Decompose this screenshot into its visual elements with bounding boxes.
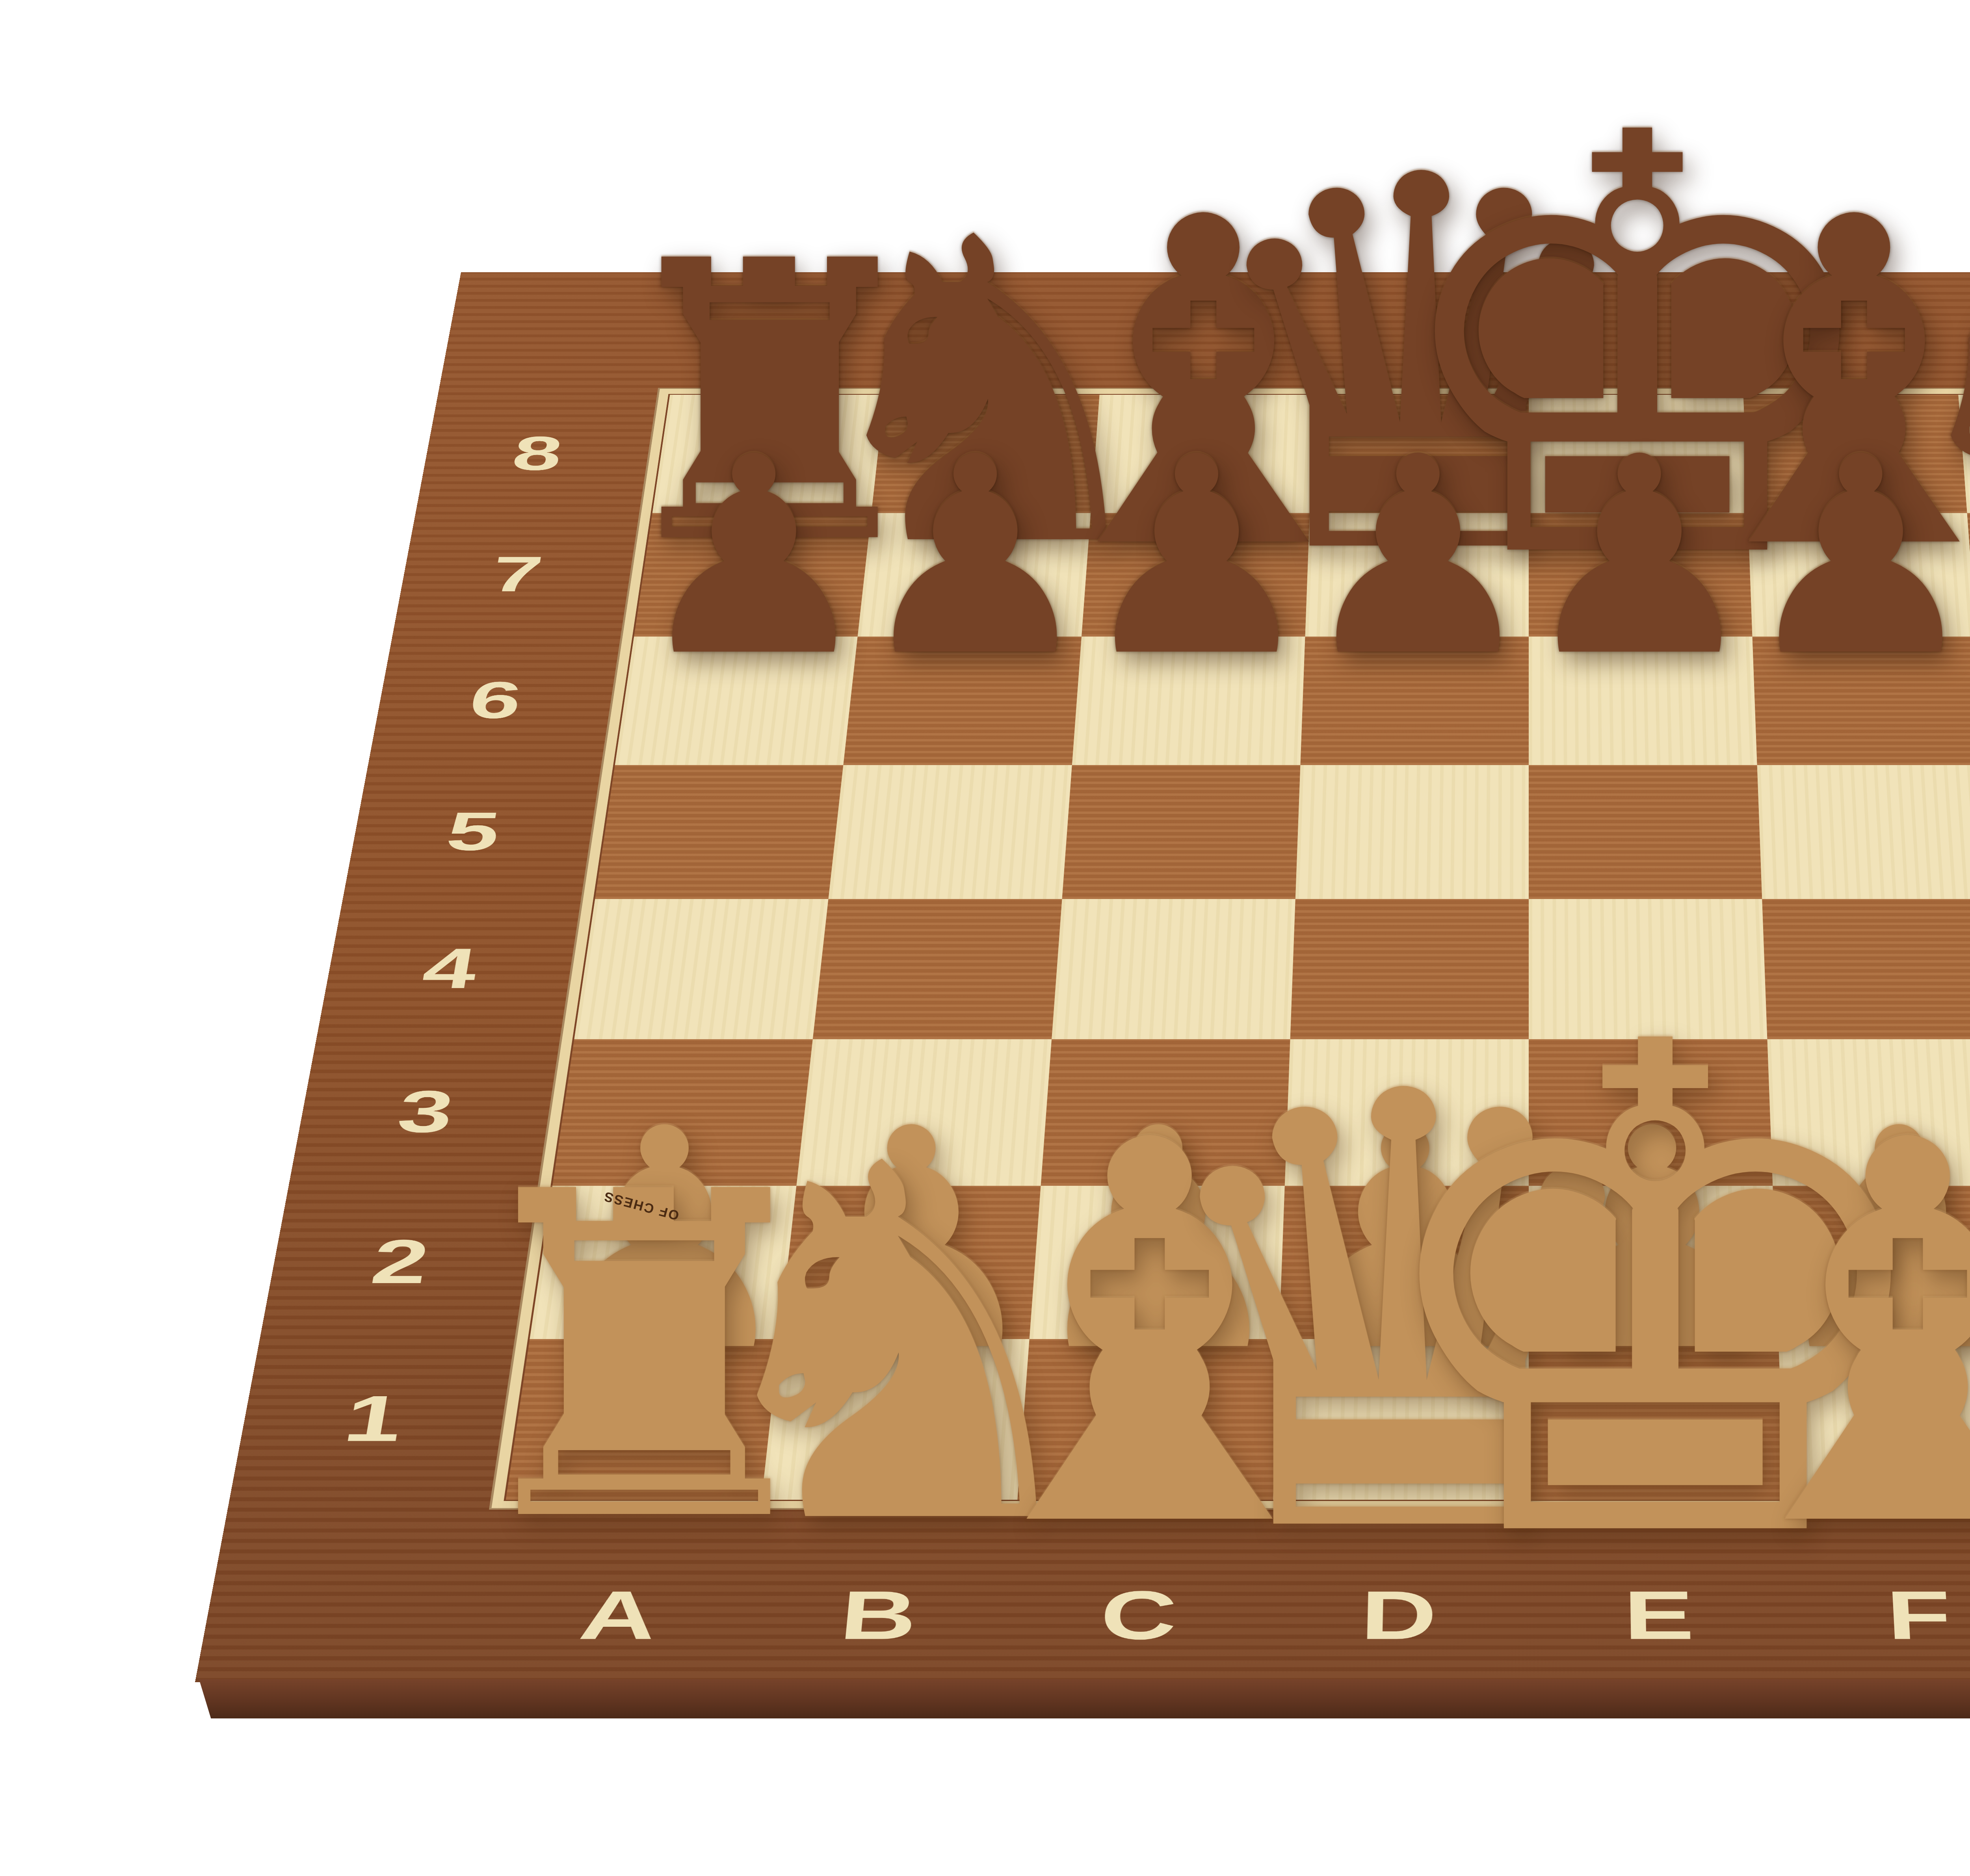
piece-black-pawn-e7[interactable]: ♟ bbox=[1517, 421, 1762, 694]
piece-black-pawn-g7[interactable]: ♟ bbox=[1960, 421, 1970, 694]
piece-black-pawn-a7[interactable]: ♟ bbox=[632, 421, 876, 694]
piece-black-pawn-c7[interactable]: ♟ bbox=[1074, 421, 1319, 694]
pieces-layer: ♜♞♝♛♚♝♞♜♟♟♟♟♟♟♟♟♟♟♟♟♟♟♟♟♜♞♝♛♚♝♞♜ bbox=[0, 0, 1970, 1876]
piece-black-pawn-b7[interactable]: ♟ bbox=[853, 421, 1097, 694]
piece-white-bishop-f1[interactable]: ♝ bbox=[1672, 1074, 1970, 1599]
chess-photo-scene: ABCDEFGH8877665544332211 ♜♞♝♛♚♝♞♜♟♟♟♟♟♟♟… bbox=[0, 0, 1970, 1876]
piece-black-pawn-f7[interactable]: ♟ bbox=[1739, 421, 1970, 694]
piece-black-pawn-d7[interactable]: ♟ bbox=[1296, 421, 1540, 694]
piece-white-knight-g1[interactable]: ♞ bbox=[1941, 1103, 1970, 1592]
